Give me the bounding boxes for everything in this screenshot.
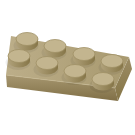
product-photo: [0, 0, 135, 135]
lego-plate-2x4-render: [0, 0, 135, 135]
